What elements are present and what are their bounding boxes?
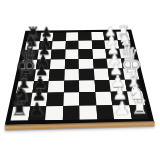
square-c4[interactable] xyxy=(79,49,93,59)
photo-tilt-wrapper: ♜♞♝♛♚♝♞♜♟♟♟♟♟♟♟♟♟♟♟♟♟♟♟♟♜♞♝♛♚♝♞♜ xyxy=(0,0,160,160)
square-b4[interactable] xyxy=(78,40,92,49)
square-f5[interactable] xyxy=(63,80,79,92)
square-h4[interactable] xyxy=(79,105,96,120)
white-pawn-h2[interactable]: ♟ xyxy=(98,99,145,116)
chess-photo: ♜♞♝♛♚♝♞♜♟♟♟♟♟♟♟♟♟♟♟♟♟♟♟♟♜♞♝♛♚♝♞♜ xyxy=(0,0,160,160)
square-d5[interactable] xyxy=(64,59,78,69)
square-a4[interactable] xyxy=(78,32,91,40)
square-g5[interactable] xyxy=(63,92,79,105)
square-a5[interactable] xyxy=(66,32,79,40)
square-c5[interactable] xyxy=(65,49,79,59)
square-g4[interactable] xyxy=(79,92,96,105)
square-b5[interactable] xyxy=(65,40,78,49)
square-e5[interactable] xyxy=(64,69,79,80)
chess-board: ♜♞♝♛♚♝♞♜♟♟♟♟♟♟♟♟♟♟♟♟♟♟♟♟♜♞♝♛♚♝♞♜ xyxy=(5,29,155,125)
board-scene: ♜♞♝♛♚♝♞♜♟♟♟♟♟♟♟♟♟♟♟♟♟♟♟♟♜♞♝♛♚♝♞♜ xyxy=(0,0,160,160)
square-d4[interactable] xyxy=(79,59,94,69)
square-h5[interactable] xyxy=(62,105,79,120)
square-f4[interactable] xyxy=(79,80,95,92)
square-e4[interactable] xyxy=(79,69,94,80)
black-pawn-h7[interactable]: ♟ xyxy=(13,100,60,117)
